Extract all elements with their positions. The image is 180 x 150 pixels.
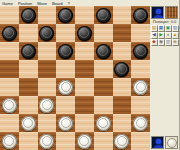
board-square[interactable] <box>19 114 38 132</box>
menu-item-position[interactable]: Position <box>18 1 32 6</box>
board-square[interactable] <box>19 6 38 24</box>
board-square[interactable] <box>113 60 132 78</box>
board-square[interactable] <box>131 24 150 42</box>
black-piece[interactable] <box>39 26 54 41</box>
new-game-button[interactable]: ▤ <box>151 25 158 32</box>
board <box>0 6 150 150</box>
board-icon: ▨ <box>173 26 177 31</box>
rules-button[interactable]: ▧ <box>165 39 172 46</box>
board-square[interactable] <box>75 114 94 132</box>
board-square[interactable] <box>38 78 57 96</box>
board-square[interactable] <box>19 132 38 150</box>
board-square[interactable] <box>94 42 113 60</box>
board-square[interactable] <box>38 132 57 150</box>
board-square[interactable] <box>56 96 75 114</box>
redo-button[interactable]: ▶ <box>158 32 165 39</box>
menu-item-board[interactable]: Board <box>52 1 63 6</box>
board-square[interactable] <box>75 96 94 114</box>
black-piece[interactable] <box>58 44 73 59</box>
board-square[interactable] <box>38 96 57 114</box>
board-square[interactable] <box>38 6 57 24</box>
undo-icon: ◀ <box>152 33 155 38</box>
white-piece[interactable] <box>21 116 36 131</box>
white-piece-tile <box>165 136 178 149</box>
redo-icon: ▶ <box>159 33 162 38</box>
new-game-icon: ▤ <box>152 26 156 31</box>
board-square[interactable] <box>19 78 38 96</box>
hint-button[interactable]: ● <box>165 32 172 39</box>
player-tiles-top <box>151 6 178 19</box>
white-piece[interactable] <box>77 134 92 149</box>
board-square[interactable] <box>113 78 132 96</box>
board-square[interactable] <box>0 96 19 114</box>
white-piece[interactable] <box>2 98 17 113</box>
side-panel: Позиция: 0.0 ▤▦▣▨◀▶●▲◆◉▧⛂ <box>150 6 179 150</box>
black-piece[interactable] <box>2 26 17 41</box>
board-square[interactable] <box>38 42 57 60</box>
board-button[interactable]: ▨ <box>172 25 179 32</box>
board-square[interactable] <box>19 42 38 60</box>
board-square[interactable] <box>75 6 94 24</box>
board-square[interactable] <box>94 6 113 24</box>
flip-board-button[interactable]: ◆ <box>151 39 158 46</box>
board-square[interactable] <box>113 6 132 24</box>
hint-icon: ● <box>167 33 170 38</box>
menu-item-move[interactable]: Move <box>37 1 47 6</box>
black-piece[interactable] <box>114 62 129 77</box>
rules-icon: ▧ <box>166 40 170 45</box>
board-square[interactable] <box>131 78 150 96</box>
board-square[interactable] <box>0 42 19 60</box>
board-square[interactable] <box>56 24 75 42</box>
open-button[interactable]: ▦ <box>158 25 165 32</box>
board-square[interactable] <box>94 114 113 132</box>
board-square[interactable] <box>75 78 94 96</box>
board-square[interactable] <box>56 132 75 150</box>
black-piece[interactable] <box>96 8 111 23</box>
white-piece[interactable] <box>133 116 148 131</box>
board-square[interactable] <box>94 60 113 78</box>
black-piece[interactable] <box>96 44 111 59</box>
board-square[interactable] <box>38 114 57 132</box>
board-square[interactable] <box>94 132 113 150</box>
black-piece[interactable] <box>77 26 92 41</box>
white-player-avatar-tile <box>151 136 164 149</box>
board-square[interactable] <box>113 42 132 60</box>
white-piece[interactable] <box>2 134 17 149</box>
board-square[interactable] <box>75 42 94 60</box>
black-player-avatar-tile <box>151 6 164 19</box>
board-square[interactable] <box>75 24 94 42</box>
board-square[interactable] <box>113 114 132 132</box>
settings-icon: ◉ <box>159 40 163 45</box>
board-square[interactable] <box>113 24 132 42</box>
board-square[interactable] <box>0 132 19 150</box>
white-piece[interactable] <box>58 80 73 95</box>
save-icon: ▣ <box>166 26 170 31</box>
checkers-app-window: GamePositionMoveBoard? Позиция: 0.0 ▤▦▣▨… <box>0 0 180 150</box>
board-square[interactable] <box>38 60 57 78</box>
black-piece[interactable] <box>133 8 148 23</box>
open-icon: ▦ <box>159 26 163 31</box>
board-square[interactable] <box>0 24 19 42</box>
board-square[interactable] <box>38 24 57 42</box>
level-button[interactable]: ▲ <box>172 32 179 39</box>
board-square[interactable] <box>56 6 75 24</box>
menu-item-[interactable]: ? <box>68 1 70 6</box>
board-square[interactable] <box>56 60 75 78</box>
board-square[interactable] <box>131 60 150 78</box>
white-piece[interactable] <box>39 134 54 149</box>
board-square[interactable] <box>56 42 75 60</box>
save-button[interactable]: ▣ <box>165 25 172 32</box>
board-square[interactable] <box>131 114 150 132</box>
menu-item-game[interactable]: Game <box>2 1 13 6</box>
board-square[interactable] <box>0 114 19 132</box>
board-square[interactable] <box>113 132 132 150</box>
undo-button[interactable]: ◀ <box>151 32 158 39</box>
board-square[interactable] <box>131 42 150 60</box>
board-square[interactable] <box>131 96 150 114</box>
black-piece[interactable] <box>21 44 36 59</box>
settings-button[interactable]: ◉ <box>158 39 165 46</box>
board-square[interactable] <box>0 78 19 96</box>
board-square[interactable] <box>131 6 150 24</box>
board-square[interactable] <box>19 60 38 78</box>
player-button[interactable]: ⛂ <box>172 39 179 46</box>
white-piece[interactable] <box>96 116 111 131</box>
board-square[interactable] <box>94 78 113 96</box>
board-square[interactable] <box>56 78 75 96</box>
toolbar: ▤▦▣▨◀▶●▲◆◉▧⛂ <box>151 25 179 46</box>
board-square[interactable] <box>19 96 38 114</box>
white-piece[interactable] <box>114 134 129 149</box>
wood-texture-tile <box>165 6 178 19</box>
player-tiles-bottom <box>151 136 178 149</box>
level-icon: ▲ <box>173 33 177 38</box>
white-piece[interactable] <box>39 98 54 113</box>
white-piece[interactable] <box>133 80 148 95</box>
player-icon: ⛂ <box>173 40 177 45</box>
board-square[interactable] <box>94 24 113 42</box>
board-square[interactable] <box>0 6 19 24</box>
white-piece[interactable] <box>58 116 73 131</box>
board-square[interactable] <box>0 60 19 78</box>
black-piece[interactable] <box>133 44 148 59</box>
board-square[interactable] <box>131 132 150 150</box>
black-piece[interactable] <box>21 8 36 23</box>
flip-board-icon: ◆ <box>152 40 155 45</box>
board-square[interactable] <box>113 96 132 114</box>
board-square[interactable] <box>75 132 94 150</box>
board-square[interactable] <box>56 114 75 132</box>
board-square[interactable] <box>75 60 94 78</box>
black-piece[interactable] <box>58 8 73 23</box>
board-square[interactable] <box>94 96 113 114</box>
board-square[interactable] <box>19 24 38 42</box>
